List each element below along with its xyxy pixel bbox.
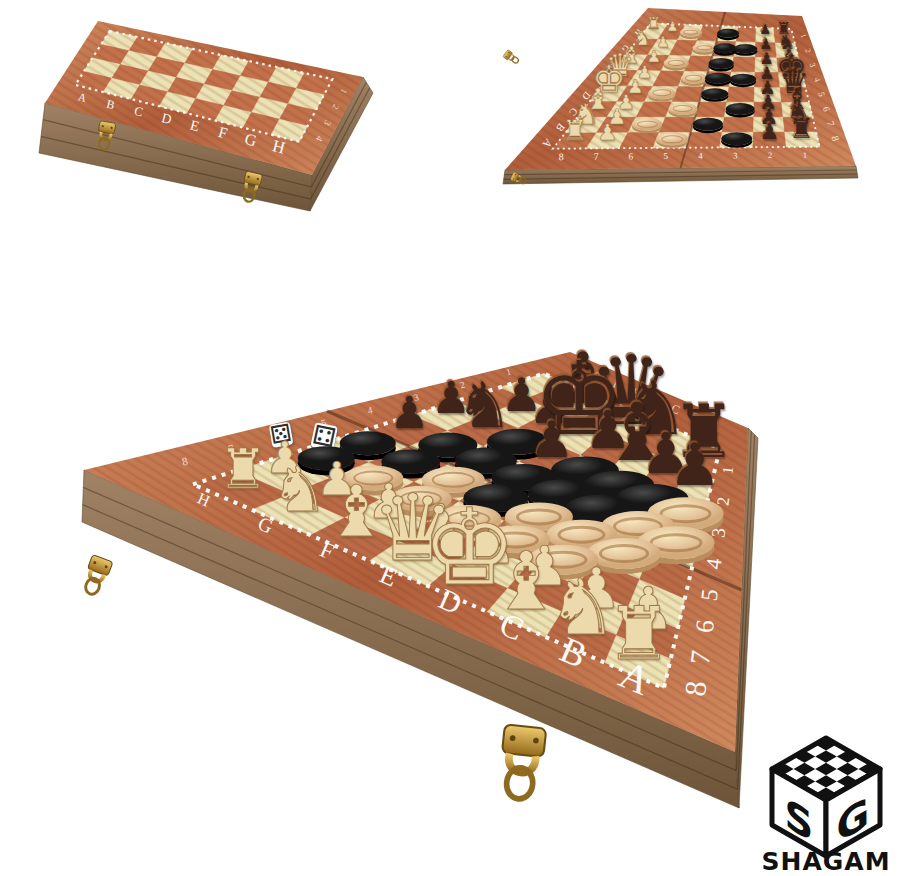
- brass-clasp: [497, 724, 546, 801]
- board-cell: [732, 57, 756, 73]
- board-cell: [756, 28, 776, 44]
- board-cell: [754, 87, 781, 102]
- board-cell: [780, 88, 809, 103]
- board-cell: [753, 132, 786, 147]
- board-cell: [720, 132, 754, 147]
- coordinate-label: 1: [803, 151, 807, 160]
- board-cell: [775, 43, 798, 58]
- board-cell: [722, 117, 754, 132]
- coordinate-label: 7: [594, 151, 599, 162]
- board-cell: [779, 73, 806, 88]
- logo-cube-icon: S G: [772, 738, 880, 856]
- board-cell: [686, 132, 722, 147]
- board-cell: [724, 102, 754, 117]
- board-cell: [755, 72, 781, 87]
- board-cell: [785, 132, 820, 147]
- board-cell: [734, 42, 756, 58]
- board-cell: [659, 117, 695, 132]
- board-cell: [755, 42, 777, 58]
- board-cell: [753, 117, 784, 132]
- board-cell: [729, 72, 755, 87]
- board-cell: [782, 102, 813, 117]
- coordinate-label: 5: [663, 151, 668, 161]
- logo-caption: SHAGAM: [761, 847, 890, 872]
- coordinate-label: 3: [733, 150, 737, 160]
- board-cell: [736, 27, 756, 43]
- board-cell: [695, 102, 727, 117]
- coordinate-label: 2: [768, 151, 772, 160]
- coordinate-label: 6: [628, 151, 633, 161]
- board-cell: [691, 117, 725, 132]
- coordinate-label: 8: [559, 151, 564, 162]
- board-cell: [774, 28, 795, 43]
- brass-clasp: [503, 50, 521, 66]
- board-cell: [777, 58, 802, 73]
- product-photo-page: { "game": "chess-and-checkers-folding-wo…: [0, 0, 900, 876]
- brass-clasp: [80, 555, 113, 598]
- board-cell: [754, 102, 783, 117]
- board-cell: [783, 117, 816, 132]
- board-cell: [653, 133, 691, 149]
- coordinate-label: 4: [698, 151, 703, 161]
- board-cell: [755, 57, 779, 72]
- board-cell: [727, 87, 755, 102]
- shagam-logo: S G SHAGAM: [748, 732, 898, 872]
